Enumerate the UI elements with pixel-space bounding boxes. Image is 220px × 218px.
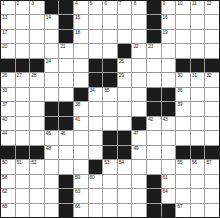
grid-cell-r4c4[interactable] bbox=[45, 44, 59, 57]
grid-cell-r7c10[interactable] bbox=[132, 88, 146, 101]
clue-number: 62 bbox=[2, 189, 7, 194]
clue-number: 16 bbox=[163, 15, 168, 20]
grid-cell-r10c12[interactable] bbox=[162, 131, 176, 144]
grid-cell-r12c13[interactable]: 55 bbox=[176, 160, 190, 173]
black-cell-r14c11 bbox=[147, 189, 161, 202]
clue-number: 49 bbox=[133, 146, 138, 151]
grid-cell-r1c1[interactable]: 1 bbox=[1, 1, 15, 14]
black-cell-r9c5 bbox=[59, 117, 73, 130]
clue-number: 24 bbox=[46, 59, 51, 64]
grid-cell-r14c8[interactable] bbox=[103, 189, 117, 202]
clue-number: 59 bbox=[75, 175, 80, 180]
crossword-page: 1234567891011121314151617181920212223242… bbox=[0, 0, 220, 218]
grid-cell-r14c15[interactable] bbox=[205, 189, 219, 202]
clue-number: 35 bbox=[104, 88, 109, 93]
grid-cell-r12c12[interactable] bbox=[162, 160, 176, 173]
black-cell-r15c11 bbox=[147, 204, 161, 217]
grid-cell-r9c12[interactable]: 43 bbox=[162, 117, 176, 130]
black-cell-r11c8 bbox=[103, 146, 117, 159]
grid-cell-r13c14[interactable] bbox=[191, 175, 205, 188]
black-cell-r5c14 bbox=[191, 59, 205, 72]
clue-number: 65 bbox=[2, 204, 7, 209]
grid-cell-r15c15[interactable] bbox=[205, 204, 219, 217]
clue-number: 50 bbox=[2, 160, 7, 165]
black-cell-r15c5 bbox=[59, 204, 73, 217]
black-cell-r14c5 bbox=[59, 189, 73, 202]
grid-cell-r6c15[interactable]: 32 bbox=[205, 73, 219, 86]
grid-cell-r3c1[interactable]: 17 bbox=[1, 30, 15, 43]
grid-cell-r10c4[interactable]: 45 bbox=[45, 131, 59, 144]
black-cell-r11c9 bbox=[118, 146, 132, 159]
black-cell-r8c4 bbox=[45, 102, 59, 115]
grid-cell-r9c14[interactable] bbox=[191, 117, 205, 130]
clue-number: 23 bbox=[148, 44, 153, 49]
grid-cell-r14c7[interactable] bbox=[89, 189, 103, 202]
black-cell-r5c3 bbox=[30, 59, 44, 72]
clue-number: 47 bbox=[133, 131, 138, 136]
grid-cell-r15c13[interactable]: 67 bbox=[176, 204, 190, 217]
clue-number: 43 bbox=[163, 117, 168, 122]
grid-cell-r5c10[interactable] bbox=[132, 59, 146, 72]
clue-number: 26 bbox=[2, 73, 7, 78]
grid-cell-r4c2[interactable] bbox=[16, 44, 30, 57]
grid-cell-r10c1[interactable]: 44 bbox=[1, 131, 15, 144]
clue-number: 21 bbox=[60, 44, 65, 49]
grid-cell-r12c4[interactable] bbox=[45, 160, 59, 173]
black-cell-r13c5 bbox=[59, 175, 73, 188]
grid-cell-r4c3[interactable] bbox=[30, 44, 44, 57]
black-cell-r6c8 bbox=[103, 73, 117, 86]
grid-cell-r14c13[interactable] bbox=[176, 189, 190, 202]
grid-cell-r12c9[interactable]: 54 bbox=[118, 160, 132, 173]
clue-number: 8 bbox=[133, 1, 135, 6]
grid-cell-r1c9[interactable]: 7 bbox=[118, 1, 132, 14]
grid-cell-r4c15[interactable] bbox=[205, 44, 219, 57]
grid-cell-r4c10[interactable]: 22 bbox=[132, 44, 146, 57]
grid-cell-r5c6[interactable] bbox=[74, 59, 88, 72]
grid-cell-r8c2[interactable] bbox=[16, 102, 30, 115]
clue-number: 7 bbox=[119, 1, 121, 6]
grid-cell-r15c9[interactable] bbox=[118, 204, 132, 217]
grid-cell-r9c3[interactable] bbox=[30, 117, 44, 130]
black-cell-r12c7 bbox=[89, 160, 103, 173]
clue-number: 22 bbox=[133, 44, 138, 49]
clue-number: 39 bbox=[177, 102, 182, 107]
clue-number: 54 bbox=[119, 160, 124, 165]
grid-cell-r4c14[interactable] bbox=[191, 44, 205, 57]
grid-cell-r11c10[interactable]: 49 bbox=[132, 146, 146, 159]
grid-cell-r7c4[interactable] bbox=[45, 88, 59, 101]
clue-number: 45 bbox=[46, 131, 51, 136]
grid-cell-r15c7[interactable] bbox=[89, 204, 103, 217]
grid-cell-r2c4[interactable]: 14 bbox=[45, 15, 59, 28]
clue-number: 20 bbox=[2, 44, 7, 49]
grid-cell-r14c4[interactable] bbox=[45, 189, 59, 202]
grid-cell-r3c7[interactable] bbox=[89, 30, 103, 43]
clue-number: 27 bbox=[17, 73, 22, 78]
black-cell-r11c3 bbox=[30, 146, 44, 159]
grid-cell-r13c4[interactable] bbox=[45, 175, 59, 188]
black-cell-r3c11 bbox=[147, 30, 161, 43]
grid-cell-r12c3[interactable]: 52 bbox=[30, 160, 44, 173]
black-cell-r11c14 bbox=[191, 146, 205, 159]
grid-cell-r2c10[interactable] bbox=[132, 15, 146, 28]
grid-cell-r14c1[interactable]: 62 bbox=[1, 189, 15, 202]
grid-cell-r13c3[interactable] bbox=[30, 175, 44, 188]
clue-number: 48 bbox=[46, 146, 51, 151]
grid-cell-r5c5[interactable] bbox=[59, 59, 73, 72]
clue-number: 31 bbox=[192, 73, 197, 78]
grid-cell-r14c9[interactable] bbox=[118, 189, 132, 202]
grid-cell-r3c13[interactable] bbox=[176, 30, 190, 43]
black-cell-r5c15 bbox=[205, 59, 219, 72]
grid-cell-r2c2[interactable] bbox=[16, 15, 30, 28]
grid-cell-r12c8[interactable]: 53 bbox=[103, 160, 117, 173]
grid-cell-r7c2[interactable] bbox=[16, 88, 30, 101]
grid-cell-r15c14[interactable] bbox=[191, 204, 205, 217]
grid-cell-r11c12[interactable] bbox=[162, 146, 176, 159]
grid-cell-r10c7[interactable] bbox=[89, 131, 103, 144]
grid-cell-r5c9[interactable]: 25 bbox=[118, 59, 132, 72]
grid-cell-r13c6[interactable]: 59 bbox=[74, 175, 88, 188]
black-cell-r8c5 bbox=[59, 102, 73, 115]
grid-cell-r12c6[interactable] bbox=[74, 160, 88, 173]
grid-cell-r13c9[interactable] bbox=[118, 175, 132, 188]
clue-number: 1 bbox=[2, 1, 4, 6]
grid-cell-r9c11[interactable]: 42 bbox=[147, 117, 161, 130]
grid-cell-r7c9[interactable] bbox=[118, 88, 132, 101]
clue-number: 10 bbox=[177, 1, 182, 6]
grid-cell-r2c1[interactable]: 13 bbox=[1, 15, 15, 28]
clue-number: 67 bbox=[177, 204, 182, 209]
grid-cell-r1c13[interactable]: 10 bbox=[176, 1, 190, 14]
grid-cell-r12c5[interactable] bbox=[59, 160, 73, 173]
clue-number: 64 bbox=[163, 189, 168, 194]
grid-cell-r6c10[interactable] bbox=[132, 73, 146, 86]
grid-cell-r6c11[interactable] bbox=[147, 73, 161, 86]
grid-cell-r8c8[interactable] bbox=[103, 102, 117, 115]
grid-cell-r7c13[interactable]: 36 bbox=[176, 88, 190, 101]
grid-cell-r12c1[interactable]: 50 bbox=[1, 160, 15, 173]
grid-cell-r3c10[interactable] bbox=[132, 30, 146, 43]
clue-number: 30 bbox=[177, 73, 182, 78]
black-cell-r4c9 bbox=[118, 44, 132, 57]
grid-cell-r3c12[interactable]: 19 bbox=[162, 30, 176, 43]
clue-number: 15 bbox=[75, 15, 80, 20]
grid-cell-r1c6[interactable]: 4 bbox=[74, 1, 88, 14]
black-cell-r1c4 bbox=[45, 1, 59, 14]
grid-cell-r10c5[interactable]: 46 bbox=[59, 131, 73, 144]
black-cell-r2c11 bbox=[147, 15, 161, 28]
grid-cell-r14c3[interactable] bbox=[30, 189, 44, 202]
clue-number: 53 bbox=[104, 160, 109, 165]
clue-number: 52 bbox=[31, 160, 36, 165]
grid-cell-r6c1[interactable]: 26 bbox=[1, 73, 15, 86]
black-cell-r1c11 bbox=[147, 1, 161, 14]
black-cell-r5c2 bbox=[16, 59, 30, 72]
grid-cell-r2c15[interactable] bbox=[205, 15, 219, 28]
grid-cell-r12c14[interactable]: 56 bbox=[191, 160, 205, 173]
clue-number: 29 bbox=[119, 73, 124, 78]
black-cell-r5c7 bbox=[89, 59, 103, 72]
grid-cell-r9c6[interactable]: 41 bbox=[74, 117, 88, 130]
grid-cell-r12c11[interactable] bbox=[147, 160, 161, 173]
grid-cell-r3c9[interactable] bbox=[118, 30, 132, 43]
clue-number: 58 bbox=[2, 175, 7, 180]
grid-cell-r11c5[interactable] bbox=[59, 146, 73, 159]
grid-cell-r13c7[interactable]: 60 bbox=[89, 175, 103, 188]
grid-cell-r1c2[interactable]: 2 bbox=[16, 1, 30, 14]
clue-number: 19 bbox=[163, 30, 168, 35]
clue-number: 5 bbox=[90, 1, 92, 6]
black-cell-r11c15 bbox=[205, 146, 219, 159]
clue-number: 12 bbox=[206, 1, 211, 6]
grid-cell-r8c13[interactable]: 39 bbox=[176, 102, 190, 115]
grid-cell-r12c2[interactable]: 51 bbox=[16, 160, 30, 173]
grid-cell-r1c7[interactable]: 5 bbox=[89, 1, 103, 14]
grid-cell-r3c6[interactable]: 18 bbox=[74, 30, 88, 43]
clue-number: 38 bbox=[75, 102, 80, 107]
grid-cell-r10c3[interactable] bbox=[30, 131, 44, 144]
grid-cell-r5c11[interactable] bbox=[147, 59, 161, 72]
grid-cell-r15c1[interactable]: 65 bbox=[1, 204, 15, 217]
grid-cell-r8c15[interactable] bbox=[205, 102, 219, 115]
grid-cell-r7c8[interactable]: 35 bbox=[103, 88, 117, 101]
grid-cell-r8c7[interactable] bbox=[89, 102, 103, 115]
black-cell-r15c12 bbox=[162, 204, 176, 217]
clue-number: 60 bbox=[90, 175, 95, 180]
clue-number: 61 bbox=[163, 175, 168, 180]
clue-number: 40 bbox=[2, 117, 7, 122]
grid-cell-r9c9[interactable] bbox=[118, 117, 132, 130]
grid-cell-r1c15[interactable]: 12 bbox=[205, 1, 219, 14]
grid-cell-r6c2[interactable]: 27 bbox=[16, 73, 30, 86]
grid-cell-r4c6[interactable] bbox=[74, 44, 88, 57]
grid-cell-r1c12[interactable]: 9 bbox=[162, 1, 176, 14]
black-cell-r3c5 bbox=[59, 30, 73, 43]
black-cell-r5c13 bbox=[176, 59, 190, 72]
grid-cell-r10c13[interactable] bbox=[176, 131, 190, 144]
black-cell-r8c11 bbox=[147, 102, 161, 115]
grid-cell-r4c12[interactable] bbox=[162, 44, 176, 57]
grid-cell-r2c8[interactable] bbox=[103, 15, 117, 28]
clue-number: 51 bbox=[17, 160, 22, 165]
clue-number: 63 bbox=[75, 189, 80, 194]
grid-cell-r5c4[interactable]: 24 bbox=[45, 59, 59, 72]
clue-number: 41 bbox=[75, 117, 80, 122]
grid-cell-r8c6[interactable]: 38 bbox=[74, 102, 88, 115]
clue-number: 56 bbox=[192, 160, 197, 165]
black-cell-r13c11 bbox=[147, 175, 161, 188]
clue-number: 66 bbox=[75, 204, 80, 209]
black-cell-r9c4 bbox=[45, 117, 59, 130]
grid-cell-r6c13[interactable]: 30 bbox=[176, 73, 190, 86]
grid-cell-r9c7[interactable] bbox=[89, 117, 103, 130]
grid-cell-r7c5[interactable] bbox=[59, 88, 73, 101]
clue-number: 3 bbox=[31, 1, 33, 6]
grid-cell-r2c14[interactable] bbox=[191, 15, 205, 28]
grid-cell-r7c14[interactable] bbox=[191, 88, 205, 101]
grid-cell-r4c8[interactable] bbox=[103, 44, 117, 57]
grid-cell-r7c3[interactable] bbox=[30, 88, 44, 101]
grid-cell-r8c3[interactable] bbox=[30, 102, 44, 115]
grid-cell-r15c10[interactable] bbox=[132, 204, 146, 217]
grid-cell-r1c14[interactable]: 11 bbox=[191, 1, 205, 14]
grid-cell-r3c15[interactable] bbox=[205, 30, 219, 43]
grid-cell-r11c11[interactable] bbox=[147, 146, 161, 159]
grid-cell-r6c14[interactable]: 31 bbox=[191, 73, 205, 86]
grid-cell-r8c9[interactable] bbox=[118, 102, 132, 115]
grid-cell-r10c10[interactable]: 47 bbox=[132, 131, 146, 144]
grid-cell-r13c13[interactable] bbox=[176, 175, 190, 188]
clue-number: 32 bbox=[206, 73, 211, 78]
clue-number: 17 bbox=[2, 30, 7, 35]
black-cell-r7c12 bbox=[162, 88, 176, 101]
clue-number: 57 bbox=[206, 160, 211, 165]
grid-cell-r6c3[interactable]: 28 bbox=[30, 73, 44, 86]
grid-cell-r2c7[interactable] bbox=[89, 15, 103, 28]
grid-cell-r13c10[interactable] bbox=[132, 175, 146, 188]
grid-cell-r12c10[interactable] bbox=[132, 160, 146, 173]
grid-cell-r2c6[interactable]: 15 bbox=[74, 15, 88, 28]
grid-cell-r11c7[interactable] bbox=[89, 146, 103, 159]
clue-number: 13 bbox=[2, 15, 7, 20]
black-cell-r11c2 bbox=[16, 146, 30, 159]
black-cell-r8c12 bbox=[162, 102, 176, 115]
grid-cell-r3c2[interactable] bbox=[16, 30, 30, 43]
black-cell-r7c6 bbox=[74, 88, 88, 101]
grid-cell-r9c1[interactable]: 40 bbox=[1, 117, 15, 130]
grid-cell-r14c6[interactable]: 63 bbox=[74, 189, 88, 202]
grid-cell-r2c3[interactable] bbox=[30, 15, 44, 28]
grid-cell-r2c12[interactable]: 16 bbox=[162, 15, 176, 28]
grid-cell-r15c2[interactable] bbox=[16, 204, 30, 217]
grid-cell-r1c10[interactable]: 8 bbox=[132, 1, 146, 14]
grid-cell-r4c1[interactable]: 20 bbox=[1, 44, 15, 57]
grid-cell-r14c10[interactable] bbox=[132, 189, 146, 202]
grid-cell-r9c15[interactable] bbox=[205, 117, 219, 130]
clue-number: 42 bbox=[148, 117, 153, 122]
black-cell-r9c10 bbox=[132, 117, 146, 130]
grid-cell-r14c14[interactable] bbox=[191, 189, 205, 202]
clue-number: 14 bbox=[46, 15, 51, 20]
grid-cell-r13c2[interactable] bbox=[16, 175, 30, 188]
grid-cell-r7c1[interactable]: 33 bbox=[1, 88, 15, 101]
clue-number: 18 bbox=[75, 30, 80, 35]
grid-cell-r15c6[interactable]: 66 bbox=[74, 204, 88, 217]
clue-number: 34 bbox=[90, 88, 95, 93]
clue-number: 33 bbox=[2, 88, 7, 93]
black-cell-r5c8 bbox=[103, 59, 117, 72]
grid-cell-r2c13[interactable] bbox=[176, 15, 190, 28]
black-cell-r7c11 bbox=[147, 88, 161, 101]
grid-cell-r3c14[interactable] bbox=[191, 30, 205, 43]
clue-number: 55 bbox=[177, 160, 182, 165]
grid-cell-r3c4[interactable] bbox=[45, 30, 59, 43]
grid-cell-r6c4[interactable] bbox=[45, 73, 59, 86]
grid-cell-r9c2[interactable] bbox=[16, 117, 30, 130]
grid-cell-r10c6[interactable] bbox=[74, 131, 88, 144]
grid-cell-r1c3[interactable]: 3 bbox=[30, 1, 44, 14]
clue-number: 37 bbox=[2, 102, 7, 107]
grid-cell-r13c8[interactable] bbox=[103, 175, 117, 188]
grid-cell-r15c4[interactable] bbox=[45, 204, 59, 217]
black-cell-r11c13 bbox=[176, 146, 190, 159]
grid-cell-r14c2[interactable] bbox=[16, 189, 30, 202]
grid-cell-r9c8[interactable] bbox=[103, 117, 117, 130]
clue-number: 25 bbox=[119, 59, 124, 64]
grid-cell-r6c6[interactable] bbox=[74, 73, 88, 86]
grid-cell-r11c4[interactable]: 48 bbox=[45, 146, 59, 159]
grid-cell-r10c14[interactable] bbox=[191, 131, 205, 144]
grid-cell-r3c8[interactable] bbox=[103, 30, 117, 43]
grid-cell-r9c13[interactable] bbox=[176, 117, 190, 130]
grid-cell-r15c3[interactable] bbox=[30, 204, 44, 217]
clue-number: 4 bbox=[75, 1, 77, 6]
grid-cell-r8c1[interactable]: 37 bbox=[1, 102, 15, 115]
grid-cell-r13c15[interactable] bbox=[205, 175, 219, 188]
black-cell-r2c5 bbox=[59, 15, 73, 28]
clue-number: 6 bbox=[104, 1, 106, 6]
grid-cell-r14c12[interactable]: 64 bbox=[162, 189, 176, 202]
grid-cell-r6c5[interactable] bbox=[59, 73, 73, 86]
grid-cell-r10c11[interactable] bbox=[147, 131, 161, 144]
clue-number: 46 bbox=[60, 131, 65, 136]
grid-cell-r4c5[interactable]: 21 bbox=[59, 44, 73, 57]
grid-cell-r3c3[interactable] bbox=[30, 30, 44, 43]
grid-cell-r6c9[interactable]: 29 bbox=[118, 73, 132, 86]
black-cell-r10c8 bbox=[103, 131, 117, 144]
grid-cell-r13c12[interactable]: 61 bbox=[162, 175, 176, 188]
grid-cell-r10c2[interactable] bbox=[16, 131, 30, 144]
grid-cell-r13c1[interactable]: 58 bbox=[1, 175, 15, 188]
black-cell-r6c7 bbox=[89, 73, 103, 86]
grid-cell-r8c14[interactable] bbox=[191, 102, 205, 115]
grid-cell-r7c15[interactable] bbox=[205, 88, 219, 101]
clue-number: 44 bbox=[2, 131, 7, 136]
grid-cell-r4c7[interactable] bbox=[89, 44, 103, 57]
clue-number: 2 bbox=[17, 1, 19, 6]
grid-cell-r6c12[interactable] bbox=[162, 73, 176, 86]
grid-cell-r10c15[interactable] bbox=[205, 131, 219, 144]
grid-cell-r7c7[interactable]: 34 bbox=[89, 88, 103, 101]
grid-cell-r11c6[interactable] bbox=[74, 146, 88, 159]
crossword-grid: 1234567891011121314151617181920212223242… bbox=[0, 0, 220, 218]
clue-number: 9 bbox=[163, 1, 165, 6]
grid-cell-r1c8[interactable]: 6 bbox=[103, 1, 117, 14]
black-cell-r5c1 bbox=[1, 59, 15, 72]
black-cell-r11c1 bbox=[1, 146, 15, 159]
black-cell-r10c9 bbox=[118, 131, 132, 144]
clue-number: 28 bbox=[31, 73, 36, 78]
clue-number: 36 bbox=[177, 88, 182, 93]
grid-cell-r8c10[interactable] bbox=[132, 102, 146, 115]
grid-cell-r4c11[interactable]: 23 bbox=[147, 44, 161, 57]
grid-cell-r12c15[interactable]: 57 bbox=[205, 160, 219, 173]
grid-cell-r2c9[interactable] bbox=[118, 15, 132, 28]
grid-cell-r5c12[interactable] bbox=[162, 59, 176, 72]
black-cell-r1c5 bbox=[59, 1, 73, 14]
grid-cell-r4c13[interactable] bbox=[176, 44, 190, 57]
clue-number: 11 bbox=[192, 1, 197, 6]
grid-cell-r15c8[interactable] bbox=[103, 204, 117, 217]
